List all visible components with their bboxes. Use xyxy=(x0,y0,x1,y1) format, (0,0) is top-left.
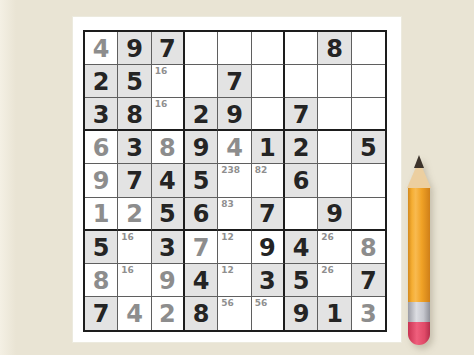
given-digit: 7 xyxy=(259,202,276,226)
cell-r2c5[interactable]: 7 xyxy=(218,65,251,98)
given-digit: 7 xyxy=(159,37,176,61)
given-digit: 5 xyxy=(360,136,377,160)
given-digit: 9 xyxy=(326,202,343,226)
cell-r7c9[interactable]: 8 xyxy=(352,231,385,264)
given-digit: 1 xyxy=(326,302,343,326)
given-digit: 4 xyxy=(159,169,176,193)
cell-r1c4[interactable] xyxy=(185,32,218,65)
pencil-mark: 56 xyxy=(255,298,268,308)
pencil-mark: 238 xyxy=(221,165,240,175)
cell-r6c4[interactable]: 6 xyxy=(185,198,218,231)
given-digit: 3 xyxy=(259,269,276,293)
cell-r8c7[interactable]: 5 xyxy=(285,264,318,297)
cell-r5c2[interactable]: 7 xyxy=(118,164,151,197)
solved-digit: 9 xyxy=(93,169,110,193)
cell-r5c4[interactable]: 5 xyxy=(185,164,218,197)
cell-r4c5[interactable]: 4 xyxy=(218,131,251,164)
cell-r3c3[interactable]: 16 xyxy=(152,98,185,131)
given-digit: 2 xyxy=(93,70,110,94)
cell-r5c7[interactable]: 6 xyxy=(285,164,318,197)
cell-r6c2[interactable]: 2 xyxy=(118,198,151,231)
solved-digit: 8 xyxy=(159,136,176,160)
solved-digit: 4 xyxy=(226,136,243,160)
cell-r8c2[interactable]: 16 xyxy=(118,264,151,297)
cell-r4c9[interactable]: 5 xyxy=(352,131,385,164)
cell-r9c8[interactable]: 1 xyxy=(318,297,351,330)
given-digit: 3 xyxy=(126,136,143,160)
cell-r1c3[interactable]: 7 xyxy=(152,32,185,65)
cell-r5c6[interactable]: 82 xyxy=(252,164,285,197)
pencil-mark: 26 xyxy=(321,265,334,275)
cell-r4c6[interactable]: 1 xyxy=(252,131,285,164)
cell-r5c9[interactable] xyxy=(352,164,385,197)
cell-r5c5[interactable]: 238 xyxy=(218,164,251,197)
given-digit: 7 xyxy=(126,169,143,193)
cell-r3c7[interactable]: 7 xyxy=(285,98,318,131)
given-digit: 2 xyxy=(293,136,310,160)
cell-r6c8[interactable]: 9 xyxy=(318,198,351,231)
cell-r2c6[interactable] xyxy=(252,65,285,98)
cell-r8c5[interactable]: 12 xyxy=(218,264,251,297)
solved-digit: 3 xyxy=(360,302,377,326)
cell-r8c6[interactable]: 3 xyxy=(252,264,285,297)
solved-digit: 8 xyxy=(360,236,377,260)
solved-digit: 1 xyxy=(93,202,110,226)
pencil xyxy=(407,154,431,345)
given-digit: 4 xyxy=(293,236,310,260)
given-digit: 3 xyxy=(159,236,176,260)
cell-r9c2[interactable]: 4 xyxy=(118,297,151,330)
pencil-body-icon xyxy=(408,186,430,304)
given-digit: 6 xyxy=(293,169,310,193)
given-digit: 8 xyxy=(126,103,143,127)
given-digit: 5 xyxy=(193,169,210,193)
cell-r3c9[interactable] xyxy=(352,98,385,131)
pencil-mark: 16 xyxy=(155,66,168,76)
solved-digit: 4 xyxy=(126,302,143,326)
cell-r1c7[interactable] xyxy=(285,32,318,65)
given-digit: 5 xyxy=(93,236,110,260)
cell-r1c9[interactable] xyxy=(352,32,385,65)
cell-r3c8[interactable] xyxy=(318,98,351,131)
given-digit: 8 xyxy=(326,37,343,61)
cell-r9c5[interactable]: 56 xyxy=(218,297,251,330)
given-digit: 6 xyxy=(193,202,210,226)
solved-digit: 2 xyxy=(126,202,143,226)
solved-digit: 4 xyxy=(93,37,110,61)
pencil-graphite-tip-icon xyxy=(414,155,424,168)
given-digit: 7 xyxy=(360,269,377,293)
pencil-eraser-icon xyxy=(408,322,430,345)
cell-r7c5[interactable]: 12 xyxy=(218,231,251,264)
cell-r6c5[interactable]: 83 xyxy=(218,198,251,231)
cell-r4c4[interactable]: 9 xyxy=(185,131,218,164)
cell-r9c3[interactable]: 2 xyxy=(152,297,185,330)
pencil-mark: 12 xyxy=(221,232,234,242)
cell-r3c1[interactable]: 3 xyxy=(85,98,118,131)
given-digit: 9 xyxy=(193,136,210,160)
cell-r7c2[interactable]: 16 xyxy=(118,231,151,264)
cell-r1c2[interactable]: 9 xyxy=(118,32,151,65)
cell-r2c3[interactable]: 16 xyxy=(152,65,185,98)
cell-r2c9[interactable] xyxy=(352,65,385,98)
cell-r7c7[interactable]: 4 xyxy=(285,231,318,264)
pencil-mark: 12 xyxy=(221,265,234,275)
given-digit: 9 xyxy=(126,37,143,61)
given-digit: 9 xyxy=(226,103,243,127)
cell-r7c4[interactable]: 7 xyxy=(185,231,218,264)
cell-r5c3[interactable]: 4 xyxy=(152,164,185,197)
cell-r5c8[interactable] xyxy=(318,164,351,197)
cell-r9c7[interactable]: 9 xyxy=(285,297,318,330)
cell-r8c1[interactable]: 8 xyxy=(85,264,118,297)
cell-r6c7[interactable] xyxy=(285,198,318,231)
given-digit: 5 xyxy=(159,202,176,226)
cell-r8c3[interactable]: 9 xyxy=(152,264,185,297)
solved-digit: 7 xyxy=(193,236,210,260)
cell-r1c5[interactable] xyxy=(218,32,251,65)
cell-r7c3[interactable]: 3 xyxy=(152,231,185,264)
pencil-mark: 82 xyxy=(255,165,268,175)
given-digit: 7 xyxy=(226,70,243,94)
cell-r9c4[interactable]: 8 xyxy=(185,297,218,330)
cell-r5c1[interactable]: 9 xyxy=(85,164,118,197)
cell-r6c6[interactable]: 7 xyxy=(252,198,285,231)
cell-r2c7[interactable] xyxy=(285,65,318,98)
given-digit: 8 xyxy=(193,302,210,326)
cell-r3c2[interactable]: 8 xyxy=(118,98,151,131)
cell-r4c8[interactable] xyxy=(318,131,351,164)
cell-r6c1[interactable]: 1 xyxy=(85,198,118,231)
cell-r3c4[interactable]: 2 xyxy=(185,98,218,131)
cell-r1c6[interactable] xyxy=(252,32,285,65)
cell-r9c1[interactable]: 7 xyxy=(85,297,118,330)
cell-r2c2[interactable]: 5 xyxy=(118,65,151,98)
given-digit: 9 xyxy=(293,302,310,326)
solved-digit: 6 xyxy=(93,136,110,160)
cell-r4c7[interactable]: 2 xyxy=(285,131,318,164)
cell-r3c6[interactable] xyxy=(252,98,285,131)
solved-digit: 9 xyxy=(159,269,176,293)
cell-r4c3[interactable]: 8 xyxy=(152,131,185,164)
sudoku-paper: 4978251673816297638941259745238826125683… xyxy=(72,16,402,343)
cell-r9c6[interactable]: 56 xyxy=(252,297,285,330)
solved-digit: 2 xyxy=(159,302,176,326)
given-digit: 7 xyxy=(293,103,310,127)
given-digit: 1 xyxy=(259,136,276,160)
cell-r8c4[interactable]: 4 xyxy=(185,264,218,297)
pencil-mark: 16 xyxy=(121,232,134,242)
solved-digit: 8 xyxy=(93,269,110,293)
cell-r1c8[interactable]: 8 xyxy=(318,32,351,65)
pencil-mark: 83 xyxy=(221,199,234,209)
cell-r2c1[interactable]: 2 xyxy=(85,65,118,98)
cell-r1c1[interactable]: 4 xyxy=(85,32,118,65)
given-digit: 4 xyxy=(193,269,210,293)
cell-r4c2[interactable]: 3 xyxy=(118,131,151,164)
sudoku-grid[interactable]: 4978251673816297638941259745238826125683… xyxy=(83,30,387,332)
pencil-mark: 16 xyxy=(155,99,168,109)
pencil-mark: 26 xyxy=(321,232,334,242)
pencil-mark: 16 xyxy=(121,265,134,275)
cell-r9c9[interactable]: 3 xyxy=(352,297,385,330)
given-digit: 5 xyxy=(126,70,143,94)
cell-r4c1[interactable]: 6 xyxy=(85,131,118,164)
pencil-mark: 56 xyxy=(221,298,234,308)
cell-r7c1[interactable]: 5 xyxy=(85,231,118,264)
given-digit: 2 xyxy=(193,103,210,127)
cell-r8c8[interactable]: 26 xyxy=(318,264,351,297)
cell-r7c8[interactable]: 26 xyxy=(318,231,351,264)
cell-r7c6[interactable]: 9 xyxy=(252,231,285,264)
cell-r2c4[interactable] xyxy=(185,65,218,98)
cell-r8c9[interactable]: 7 xyxy=(352,264,385,297)
sudoku-illustration: 4978251673816297638941259745238826125683… xyxy=(0,0,474,355)
given-digit: 3 xyxy=(93,103,110,127)
cell-r3c5[interactable]: 9 xyxy=(218,98,251,131)
given-digit: 9 xyxy=(259,236,276,260)
cell-r6c9[interactable] xyxy=(352,198,385,231)
given-digit: 5 xyxy=(293,269,310,293)
cell-r2c8[interactable] xyxy=(318,65,351,98)
cell-r6c3[interactable]: 5 xyxy=(152,198,185,231)
pencil-ferrule-icon xyxy=(408,302,430,322)
given-digit: 7 xyxy=(93,302,110,326)
